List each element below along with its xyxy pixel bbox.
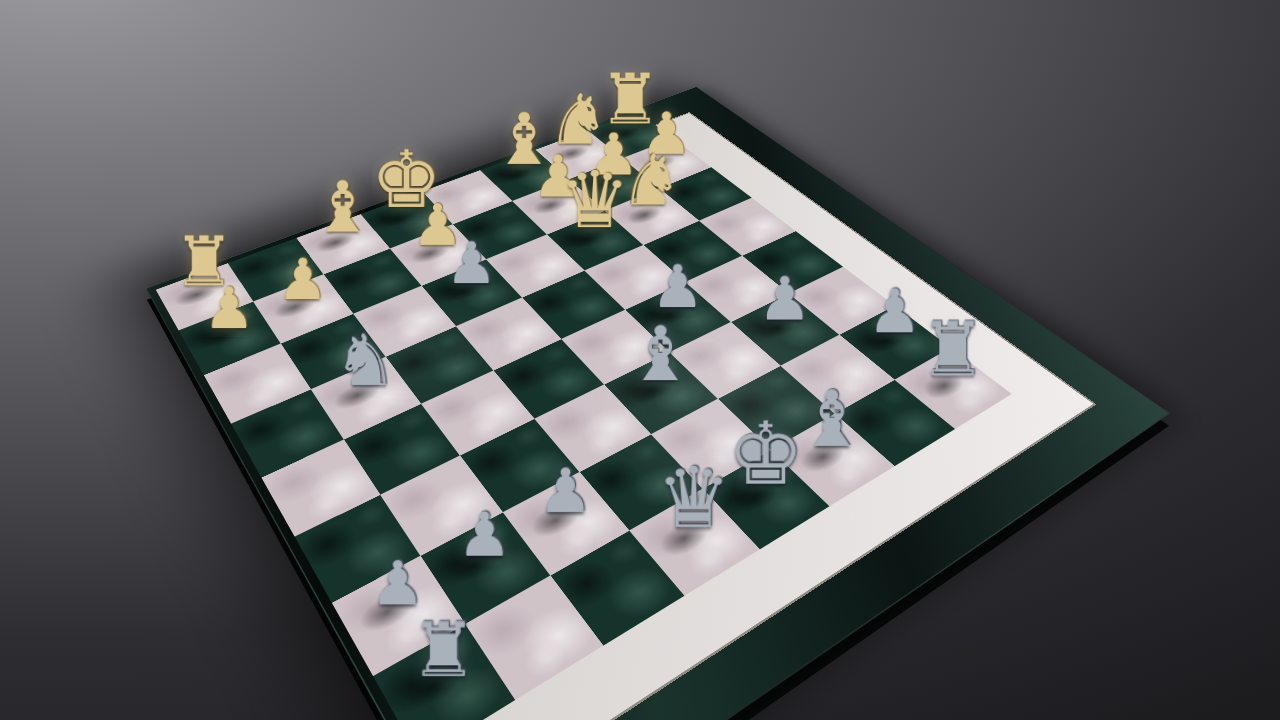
silver-rook-icon: ♜: [410, 613, 477, 688]
silver-knight-g4[interactable]: ♞: [325, 258, 407, 397]
gold-queen-icon: ♛: [560, 161, 630, 240]
board-marble-frame: ♜♞♟♝♟♟♞♚♛♝♟♟♟♟♟♜♟♜♟♝♝♞♚♛♟♟♟♜: [146, 87, 1170, 720]
silver-bishop-icon: ♝: [627, 316, 694, 391]
silver-pawn-icon: ♟: [538, 460, 593, 521]
chess-board-3d: ♜♞♟♝♟♟♞♚♛♝♟♟♟♟♟♜♟♜♟♝♝♞♚♛♟♟♟♜: [146, 87, 1170, 720]
gold-pawn-h2[interactable]: ♟: [191, 206, 268, 337]
gold-pawn-icon: ♟: [203, 280, 254, 337]
board-border-band: ♜♞♟♝♟♟♞♚♛♝♟♟♟♟♟♜♟♜♟♝♝♞♚♛♟♟♟♜: [204, 112, 1096, 720]
silver-pawn-icon: ♟: [446, 234, 498, 292]
silver-queen-icon: ♛: [656, 456, 731, 540]
silver-pawn-b6[interactable]: ♟: [746, 199, 823, 329]
gold-pawn-icon: ♟: [277, 251, 328, 308]
chess-scene: ♜♞♟♝♟♟♞♚♛♝♟♟♟♟♟♜♟♜♟♝♝♞♚♛♟♟♟♜: [0, 0, 1280, 720]
silver-bishop-d6[interactable]: ♝: [620, 254, 701, 392]
silver-knight-icon: ♞: [333, 325, 397, 396]
silver-rook-h8[interactable]: ♜: [391, 511, 496, 688]
gold-queen-c3[interactable]: ♛: [560, 122, 630, 240]
silver-rook-icon: ♜: [919, 312, 986, 387]
board-playing-area: ♜♞♟♝♟♟♞♚♛♝♟♟♟♟♟♜♟♜♟♝♝♞♚♛♟♟♟♜: [156, 112, 1012, 720]
silver-rook-a8[interactable]: ♜: [912, 250, 993, 387]
pieces-layer: ♜♞♟♝♟♟♞♚♛♝♟♟♟♟♟♜♟♜♟♝♝♞♚♛♟♟♟♜: [156, 112, 1012, 720]
silver-pawn-f7[interactable]: ♟: [520, 366, 612, 521]
silver-pawn-e3[interactable]: ♟: [435, 167, 509, 292]
silver-queen-e8[interactable]: ♛: [647, 382, 740, 540]
